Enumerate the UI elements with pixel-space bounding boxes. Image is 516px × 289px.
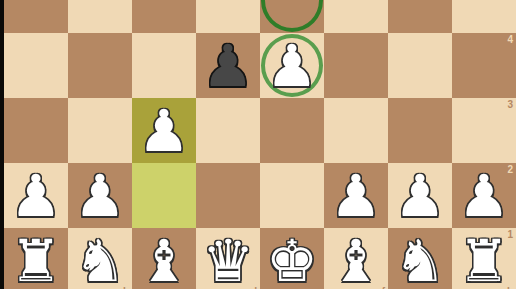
square-a2[interactable]: ♟	[4, 163, 68, 228]
white-knight[interactable]: ♞	[388, 228, 452, 289]
square-d3[interactable]	[196, 98, 260, 163]
square-c4[interactable]	[132, 33, 196, 98]
square-h4[interactable]: 4	[452, 33, 516, 98]
coord-rank-2: 2	[507, 165, 513, 175]
square-c1[interactable]: ♝c	[132, 228, 196, 289]
white-bishop[interactable]: ♝	[132, 228, 196, 289]
black-pawn[interactable]: ♟	[196, 33, 260, 98]
square-g4[interactable]	[388, 33, 452, 98]
square-d5[interactable]	[196, 0, 260, 33]
coord-rank-4: 4	[507, 35, 513, 45]
white-pawn[interactable]: ♟	[68, 163, 132, 228]
square-g1[interactable]: ♞g	[388, 228, 452, 289]
white-knight[interactable]: ♞	[68, 228, 132, 289]
white-pawn[interactable]: ♟	[4, 163, 68, 228]
square-g3[interactable]	[388, 98, 452, 163]
square-d4[interactable]: ♟	[196, 33, 260, 98]
white-queen[interactable]: ♛	[196, 228, 260, 289]
square-e2[interactable]	[260, 163, 324, 228]
circle-annotation-e5	[261, 0, 323, 32]
square-e5[interactable]	[260, 0, 324, 33]
square-b1[interactable]: ♞b	[68, 228, 132, 289]
white-bishop[interactable]: ♝	[324, 228, 388, 289]
square-d1[interactable]: ♛d	[196, 228, 260, 289]
square-h5[interactable]	[452, 0, 516, 33]
chess-board-viewport: ♟♟4♟3♟♟♟♟♟2♜a♞b♝c♛d♚e♝f♞g♜1h	[0, 0, 516, 289]
board: ♟♟4♟3♟♟♟♟♟2♜a♞b♝c♛d♚e♝f♞g♜1h	[4, 0, 516, 289]
white-pawn[interactable]: ♟	[388, 163, 452, 228]
square-a4[interactable]	[4, 33, 68, 98]
square-b4[interactable]	[68, 33, 132, 98]
square-h1[interactable]: ♜1h	[452, 228, 516, 289]
square-a1[interactable]: ♜a	[4, 228, 68, 289]
white-king[interactable]: ♚	[260, 228, 324, 289]
square-b2[interactable]: ♟	[68, 163, 132, 228]
square-g2[interactable]: ♟	[388, 163, 452, 228]
square-b5[interactable]	[68, 0, 132, 33]
white-pawn[interactable]: ♟	[132, 98, 196, 163]
square-d2[interactable]	[196, 163, 260, 228]
square-c2[interactable]	[132, 163, 196, 228]
white-pawn[interactable]: ♟	[260, 33, 324, 98]
square-f4[interactable]	[324, 33, 388, 98]
square-c3[interactable]: ♟	[132, 98, 196, 163]
square-h2[interactable]: ♟2	[452, 163, 516, 228]
coord-rank-3: 3	[507, 100, 513, 110]
square-f5[interactable]	[324, 0, 388, 33]
white-rook[interactable]: ♜	[4, 228, 68, 289]
square-e3[interactable]	[260, 98, 324, 163]
coord-rank-1: 1	[507, 230, 513, 240]
square-f2[interactable]: ♟	[324, 163, 388, 228]
square-h3[interactable]: 3	[452, 98, 516, 163]
square-e1[interactable]: ♚e	[260, 228, 324, 289]
square-f3[interactable]	[324, 98, 388, 163]
square-c5[interactable]	[132, 0, 196, 33]
square-g5[interactable]	[388, 0, 452, 33]
square-f1[interactable]: ♝f	[324, 228, 388, 289]
square-a3[interactable]	[4, 98, 68, 163]
square-e4[interactable]: ♟	[260, 33, 324, 98]
white-pawn[interactable]: ♟	[452, 163, 516, 228]
white-rook[interactable]: ♜	[452, 228, 516, 289]
square-a5[interactable]	[4, 0, 68, 33]
white-pawn[interactable]: ♟	[324, 163, 388, 228]
square-b3[interactable]	[68, 98, 132, 163]
